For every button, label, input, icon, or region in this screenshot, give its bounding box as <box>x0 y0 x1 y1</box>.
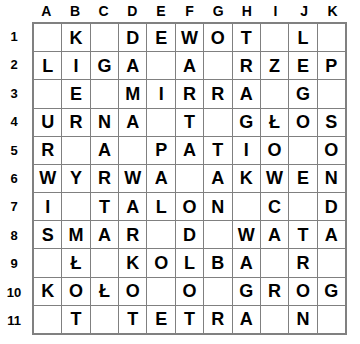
column-label-A: A <box>32 0 61 22</box>
cell-A10[interactable]: K <box>34 278 61 305</box>
cell-E5[interactable]: P <box>147 137 174 164</box>
cell-F2[interactable]: A <box>176 52 203 79</box>
cell-I3[interactable] <box>261 80 288 107</box>
cell-J6[interactable]: E <box>289 165 316 192</box>
row-labels: 1234567891011 <box>0 22 28 335</box>
cell-I8[interactable]: A <box>261 221 288 248</box>
cell-A2[interactable]: L <box>34 52 61 79</box>
cell-F4[interactable]: T <box>176 109 203 136</box>
cell-A9[interactable] <box>34 249 61 276</box>
column-label-K: K <box>318 0 347 22</box>
cell-K8[interactable]: A <box>318 221 345 248</box>
cell-E8[interactable] <box>147 221 174 248</box>
cell-D8[interactable]: R <box>119 221 146 248</box>
crossword-grid: KDEWOTLLIGAARZEPEMIRRAGURNATGŁOSRAPATIOO… <box>32 22 347 335</box>
cell-F10[interactable]: O <box>176 278 203 305</box>
cell-C2[interactable]: G <box>91 52 118 79</box>
cell-A3[interactable] <box>34 80 61 107</box>
cell-J9[interactable]: R <box>289 249 316 276</box>
cell-F11[interactable]: T <box>176 306 203 333</box>
cell-E3[interactable]: I <box>147 80 174 107</box>
cell-J2[interactable]: E <box>289 52 316 79</box>
cell-E10[interactable] <box>147 278 174 305</box>
column-label-J: J <box>290 0 319 22</box>
cell-B9[interactable]: Ł <box>62 249 89 276</box>
cell-F6[interactable] <box>176 165 203 192</box>
column-label-H: H <box>232 0 261 22</box>
cell-C4[interactable]: N <box>91 109 118 136</box>
cell-D2[interactable]: A <box>119 52 146 79</box>
row-label-8: 8 <box>0 221 28 249</box>
cell-I7[interactable]: C <box>261 193 288 220</box>
cell-D5[interactable] <box>119 137 146 164</box>
cell-A8[interactable]: S <box>34 221 61 248</box>
cell-K5[interactable]: O <box>318 137 345 164</box>
row-label-2: 2 <box>0 50 28 78</box>
cell-D4[interactable]: A <box>119 109 146 136</box>
cell-A6[interactable]: W <box>34 165 61 192</box>
cell-K1[interactable] <box>318 24 345 51</box>
cell-G6[interactable]: A <box>204 165 231 192</box>
column-label-G: G <box>204 0 233 22</box>
cell-F5[interactable]: A <box>176 137 203 164</box>
cell-C6[interactable]: R <box>91 165 118 192</box>
cell-C9[interactable] <box>91 249 118 276</box>
cell-I11[interactable] <box>261 306 288 333</box>
cell-B1[interactable]: K <box>62 24 89 51</box>
cell-G2[interactable] <box>204 52 231 79</box>
cell-B5[interactable] <box>62 137 89 164</box>
row-label-9: 9 <box>0 250 28 278</box>
cell-G9[interactable]: B <box>204 249 231 276</box>
row-label-4: 4 <box>0 107 28 135</box>
cell-B4[interactable]: R <box>62 109 89 136</box>
cell-K4[interactable]: S <box>318 109 345 136</box>
cell-B11[interactable]: T <box>62 306 89 333</box>
cell-A5[interactable]: R <box>34 137 61 164</box>
cell-D9[interactable]: K <box>119 249 146 276</box>
cell-H6[interactable]: K <box>233 165 260 192</box>
cell-I2[interactable]: Z <box>261 52 288 79</box>
cell-D7[interactable]: A <box>119 193 146 220</box>
cell-D11[interactable]: T <box>119 306 146 333</box>
cell-E1[interactable]: E <box>147 24 174 51</box>
cell-H8[interactable]: W <box>233 221 260 248</box>
cell-E7[interactable]: L <box>147 193 174 220</box>
cell-B8[interactable]: M <box>62 221 89 248</box>
cell-E11[interactable]: E <box>147 306 174 333</box>
cell-J3[interactable]: G <box>289 80 316 107</box>
cell-D6[interactable]: W <box>119 165 146 192</box>
cell-B6[interactable]: Y <box>62 165 89 192</box>
cell-B3[interactable]: E <box>62 80 89 107</box>
cell-F9[interactable]: L <box>176 249 203 276</box>
cell-G4[interactable] <box>204 109 231 136</box>
cell-G5[interactable]: T <box>204 137 231 164</box>
cell-H10[interactable]: G <box>233 278 260 305</box>
cell-I6[interactable]: W <box>261 165 288 192</box>
cell-K11[interactable] <box>318 306 345 333</box>
cell-K9[interactable] <box>318 249 345 276</box>
column-label-E: E <box>147 0 176 22</box>
cell-F8[interactable]: D <box>176 221 203 248</box>
row-label-7: 7 <box>0 193 28 221</box>
cell-K3[interactable] <box>318 80 345 107</box>
cell-G10[interactable] <box>204 278 231 305</box>
cell-C1[interactable] <box>91 24 118 51</box>
cell-C10[interactable]: Ł <box>91 278 118 305</box>
cell-J5[interactable] <box>289 137 316 164</box>
cell-H5[interactable]: I <box>233 137 260 164</box>
cell-E2[interactable] <box>147 52 174 79</box>
cell-I10[interactable]: R <box>261 278 288 305</box>
cell-A1[interactable] <box>34 24 61 51</box>
cell-H2[interactable]: R <box>233 52 260 79</box>
cell-A4[interactable]: U <box>34 109 61 136</box>
cell-J10[interactable]: O <box>289 278 316 305</box>
crossword-page: ABCDEFGHIJK 1234567891011 KDEWOTLLIGAARZ… <box>0 0 360 344</box>
cell-B10[interactable]: O <box>62 278 89 305</box>
cell-I9[interactable] <box>261 249 288 276</box>
column-label-B: B <box>61 0 90 22</box>
column-label-C: C <box>89 0 118 22</box>
cell-C5[interactable]: A <box>91 137 118 164</box>
row-label-5: 5 <box>0 136 28 164</box>
cell-F3[interactable]: R <box>176 80 203 107</box>
cell-I4[interactable]: Ł <box>261 109 288 136</box>
cell-D3[interactable]: M <box>119 80 146 107</box>
cell-J7[interactable] <box>289 193 316 220</box>
cell-F7[interactable]: O <box>176 193 203 220</box>
cell-I1[interactable] <box>261 24 288 51</box>
cell-D10[interactable]: O <box>119 278 146 305</box>
cell-E9[interactable]: O <box>147 249 174 276</box>
column-label-I: I <box>261 0 290 22</box>
cell-H7[interactable] <box>233 193 260 220</box>
cell-H4[interactable]: G <box>233 109 260 136</box>
cell-I5[interactable]: O <box>261 137 288 164</box>
cell-J11[interactable]: N <box>289 306 316 333</box>
cell-E4[interactable] <box>147 109 174 136</box>
cell-F1[interactable]: W <box>176 24 203 51</box>
row-label-1: 1 <box>0 22 28 50</box>
cell-C8[interactable]: A <box>91 221 118 248</box>
column-labels: ABCDEFGHIJK <box>32 0 347 22</box>
cell-B2[interactable]: I <box>62 52 89 79</box>
cell-C11[interactable] <box>91 306 118 333</box>
cell-C7[interactable]: T <box>91 193 118 220</box>
row-label-10: 10 <box>0 278 28 306</box>
cell-C3[interactable] <box>91 80 118 107</box>
cell-G3[interactable]: R <box>204 80 231 107</box>
cell-J8[interactable]: T <box>289 221 316 248</box>
cell-G1[interactable]: O <box>204 24 231 51</box>
cell-J4[interactable]: O <box>289 109 316 136</box>
cell-H9[interactable]: A <box>233 249 260 276</box>
cell-G7[interactable]: N <box>204 193 231 220</box>
cell-H1[interactable]: T <box>233 24 260 51</box>
cell-E6[interactable]: A <box>147 165 174 192</box>
cell-A11[interactable] <box>34 306 61 333</box>
row-label-3: 3 <box>0 79 28 107</box>
row-label-11: 11 <box>0 307 28 335</box>
cell-G8[interactable] <box>204 221 231 248</box>
cell-D1[interactable]: D <box>119 24 146 51</box>
cell-A7[interactable]: I <box>34 193 61 220</box>
cell-K10[interactable]: G <box>318 278 345 305</box>
cell-K2[interactable]: P <box>318 52 345 79</box>
cell-H3[interactable]: A <box>233 80 260 107</box>
cell-H11[interactable]: A <box>233 306 260 333</box>
column-label-F: F <box>175 0 204 22</box>
cell-J1[interactable]: L <box>289 24 316 51</box>
cell-G11[interactable]: R <box>204 306 231 333</box>
row-label-6: 6 <box>0 164 28 192</box>
cell-K6[interactable]: N <box>318 165 345 192</box>
cell-K7[interactable]: D <box>318 193 345 220</box>
cell-B7[interactable] <box>62 193 89 220</box>
column-label-D: D <box>118 0 147 22</box>
